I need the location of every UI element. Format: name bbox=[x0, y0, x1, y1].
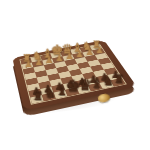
photo-caption: Polished wooden folding chess box shown … bbox=[0, 0, 1, 1]
product-photo: Polished wooden folding chess box shown … bbox=[0, 0, 150, 150]
square: ♜ bbox=[30, 95, 44, 104]
